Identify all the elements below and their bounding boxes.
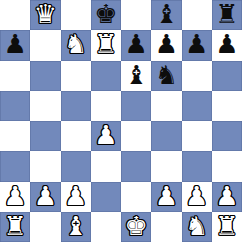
- square-c1[interactable]: ♝: [61, 212, 91, 242]
- square-b6[interactable]: [30, 61, 60, 91]
- square-e8[interactable]: [121, 0, 151, 30]
- square-a1[interactable]: ♜: [0, 212, 30, 242]
- white-bishop-piece[interactable]: ♝: [64, 213, 87, 239]
- square-h2[interactable]: ♟: [212, 182, 242, 212]
- square-c6[interactable]: [61, 61, 91, 91]
- square-d1[interactable]: [91, 212, 121, 242]
- square-b7[interactable]: [30, 30, 60, 60]
- square-c8[interactable]: [61, 0, 91, 30]
- square-g6[interactable]: [182, 61, 212, 91]
- square-g3[interactable]: [182, 151, 212, 181]
- white-pawn-piece[interactable]: ♟: [155, 183, 178, 209]
- square-a6[interactable]: [0, 61, 30, 91]
- square-b4[interactable]: [30, 121, 60, 151]
- square-h5[interactable]: [212, 91, 242, 121]
- square-h4[interactable]: [212, 121, 242, 151]
- black-pawn-piece[interactable]: ♟: [3, 31, 26, 57]
- square-e6[interactable]: ♝: [121, 61, 151, 91]
- square-f8[interactable]: ♝: [151, 0, 181, 30]
- square-b1[interactable]: [30, 212, 60, 242]
- black-bishop-piece[interactable]: ♝: [155, 1, 178, 27]
- white-pawn-piece[interactable]: ♟: [64, 183, 87, 209]
- white-pawn-piece[interactable]: ♟: [185, 183, 208, 209]
- white-rook-piece[interactable]: ♜: [94, 31, 117, 57]
- square-d5[interactable]: [91, 91, 121, 121]
- square-a4[interactable]: [0, 121, 30, 151]
- square-d2[interactable]: [91, 182, 121, 212]
- square-b3[interactable]: [30, 151, 60, 181]
- white-pawn-piece[interactable]: ♟: [94, 122, 117, 148]
- square-b5[interactable]: [30, 91, 60, 121]
- black-pawn-piece[interactable]: ♟: [124, 31, 147, 57]
- square-d7[interactable]: ♜: [91, 30, 121, 60]
- white-king-piece[interactable]: ♚: [124, 213, 147, 239]
- white-pawn-piece[interactable]: ♟: [34, 183, 57, 209]
- white-rook-piece[interactable]: ♜: [3, 213, 26, 239]
- square-a7[interactable]: ♟: [0, 30, 30, 60]
- square-g4[interactable]: [182, 121, 212, 151]
- square-a5[interactable]: [0, 91, 30, 121]
- square-h7[interactable]: ♟: [212, 30, 242, 60]
- white-pawn-piece[interactable]: ♟: [3, 183, 26, 209]
- square-e7[interactable]: ♟: [121, 30, 151, 60]
- square-b8[interactable]: ♛: [30, 0, 60, 30]
- square-e1[interactable]: ♚: [121, 212, 151, 242]
- square-d4[interactable]: ♟: [91, 121, 121, 151]
- white-rook-piece[interactable]: ♜: [215, 213, 238, 239]
- square-a8[interactable]: [0, 0, 30, 30]
- square-d8[interactable]: ♚: [91, 0, 121, 30]
- square-e5[interactable]: [121, 91, 151, 121]
- square-e4[interactable]: [121, 121, 151, 151]
- black-knight-piece[interactable]: ♞: [155, 62, 178, 88]
- white-knight-piece[interactable]: ♞: [185, 213, 208, 239]
- black-pawn-piece[interactable]: ♟: [215, 31, 238, 57]
- square-f5[interactable]: [151, 91, 181, 121]
- square-g2[interactable]: ♟: [182, 182, 212, 212]
- square-e3[interactable]: [121, 151, 151, 181]
- square-e2[interactable]: [121, 182, 151, 212]
- square-c5[interactable]: [61, 91, 91, 121]
- black-pawn-piece[interactable]: ♟: [155, 31, 178, 57]
- square-g1[interactable]: ♞: [182, 212, 212, 242]
- square-c7[interactable]: ♞: [61, 30, 91, 60]
- black-rook-piece[interactable]: ♜: [215, 1, 238, 27]
- square-a3[interactable]: [0, 151, 30, 181]
- square-g7[interactable]: ♟: [182, 30, 212, 60]
- square-c3[interactable]: [61, 151, 91, 181]
- square-g8[interactable]: [182, 0, 212, 30]
- black-pawn-piece[interactable]: ♟: [185, 31, 208, 57]
- square-h6[interactable]: [212, 61, 242, 91]
- square-f4[interactable]: [151, 121, 181, 151]
- square-h3[interactable]: [212, 151, 242, 181]
- white-queen-piece[interactable]: ♛: [34, 1, 57, 27]
- square-c2[interactable]: ♟: [61, 182, 91, 212]
- white-pawn-piece[interactable]: ♟: [215, 183, 238, 209]
- black-king-piece[interactable]: ♚: [94, 1, 117, 27]
- square-d6[interactable]: [91, 61, 121, 91]
- square-f3[interactable]: [151, 151, 181, 181]
- square-a2[interactable]: ♟: [0, 182, 30, 212]
- square-f6[interactable]: ♞: [151, 61, 181, 91]
- square-d3[interactable]: [91, 151, 121, 181]
- square-h1[interactable]: ♜: [212, 212, 242, 242]
- square-g5[interactable]: [182, 91, 212, 121]
- square-f1[interactable]: [151, 212, 181, 242]
- square-f7[interactable]: ♟: [151, 30, 181, 60]
- square-f2[interactable]: ♟: [151, 182, 181, 212]
- black-bishop-piece[interactable]: ♝: [124, 62, 147, 88]
- square-b2[interactable]: ♟: [30, 182, 60, 212]
- white-knight-piece[interactable]: ♞: [64, 31, 87, 57]
- chess-board: ♛♚♝♜♟♞♜♟♟♟♟♝♞♟♟♟♟♟♟♟♜♝♚♞♜: [0, 0, 242, 242]
- square-c4[interactable]: [61, 121, 91, 151]
- square-h8[interactable]: ♜: [212, 0, 242, 30]
